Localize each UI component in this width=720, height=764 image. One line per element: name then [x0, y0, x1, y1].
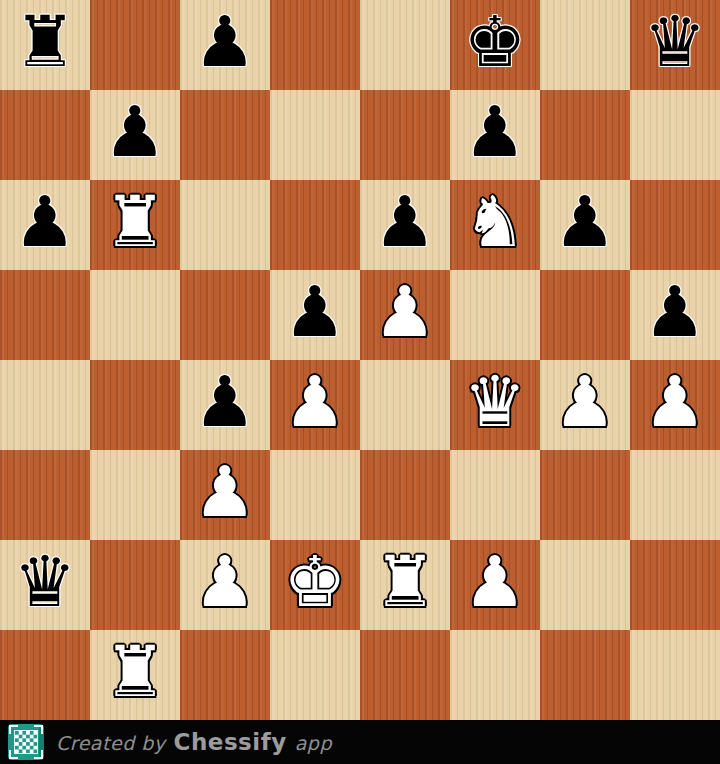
square-b5[interactable]: [90, 270, 180, 360]
white-pawn[interactable]: ♟: [194, 447, 257, 537]
square-e3[interactable]: [360, 450, 450, 540]
white-rook[interactable]: ♜: [104, 627, 167, 717]
square-d4[interactable]: ♟: [270, 360, 360, 450]
square-g4[interactable]: ♟: [540, 360, 630, 450]
square-e1[interactable]: [360, 630, 450, 720]
square-h7[interactable]: [630, 90, 720, 180]
square-h4[interactable]: ♟: [630, 360, 720, 450]
square-b1[interactable]: ♜: [90, 630, 180, 720]
black-queen[interactable]: ♛: [644, 0, 707, 87]
square-h1[interactable]: [630, 630, 720, 720]
square-d7[interactable]: [270, 90, 360, 180]
white-pawn[interactable]: ♟: [284, 357, 347, 447]
square-a7[interactable]: [0, 90, 90, 180]
black-king[interactable]: ♚: [464, 0, 527, 87]
square-d1[interactable]: [270, 630, 360, 720]
square-d6[interactable]: [270, 180, 360, 270]
square-f1[interactable]: [450, 630, 540, 720]
footer-bar: Created by Chessify app: [0, 720, 720, 764]
credit-line: Created by Chessify app: [56, 729, 332, 755]
white-pawn[interactable]: ♟: [644, 357, 707, 447]
white-rook[interactable]: ♜: [374, 537, 437, 627]
white-king[interactable]: ♚: [284, 537, 347, 627]
white-pawn[interactable]: ♟: [194, 537, 257, 627]
black-pawn[interactable]: ♟: [554, 177, 617, 267]
square-g3[interactable]: [540, 450, 630, 540]
chessify-diagram: ♜♟♚♛♟♟♟♜♟♞♟♟♟♟♟♟♛♟♟♟♛♟♚♜♟♜ Created by Ch…: [0, 0, 720, 764]
square-e4[interactable]: [360, 360, 450, 450]
square-c3[interactable]: ♟: [180, 450, 270, 540]
square-d2[interactable]: ♚: [270, 540, 360, 630]
square-c1[interactable]: [180, 630, 270, 720]
square-c5[interactable]: [180, 270, 270, 360]
white-rook[interactable]: ♜: [104, 177, 167, 267]
square-e2[interactable]: ♜: [360, 540, 450, 630]
square-f7[interactable]: ♟: [450, 90, 540, 180]
square-f2[interactable]: ♟: [450, 540, 540, 630]
square-h8[interactable]: ♛: [630, 0, 720, 90]
square-b3[interactable]: [90, 450, 180, 540]
black-queen[interactable]: ♛: [14, 537, 77, 627]
black-pawn[interactable]: ♟: [284, 267, 347, 357]
black-pawn[interactable]: ♟: [374, 177, 437, 267]
black-rook[interactable]: ♜: [14, 0, 77, 87]
square-f5[interactable]: [450, 270, 540, 360]
chess-board: ♜♟♚♛♟♟♟♜♟♞♟♟♟♟♟♟♛♟♟♟♛♟♚♜♟♜: [0, 0, 720, 720]
square-g2[interactable]: [540, 540, 630, 630]
square-f3[interactable]: [450, 450, 540, 540]
square-c2[interactable]: ♟: [180, 540, 270, 630]
square-b8[interactable]: [90, 0, 180, 90]
square-c4[interactable]: ♟: [180, 360, 270, 450]
square-d5[interactable]: ♟: [270, 270, 360, 360]
black-pawn[interactable]: ♟: [194, 357, 257, 447]
square-e5[interactable]: ♟: [360, 270, 450, 360]
checkerboard-icon: [15, 731, 37, 753]
square-g8[interactable]: [540, 0, 630, 90]
square-g5[interactable]: [540, 270, 630, 360]
white-knight[interactable]: ♞: [464, 177, 527, 267]
black-pawn[interactable]: ♟: [104, 87, 167, 177]
app-word: app: [295, 732, 332, 754]
square-g1[interactable]: [540, 630, 630, 720]
black-pawn[interactable]: ♟: [194, 0, 257, 87]
square-g6[interactable]: ♟: [540, 180, 630, 270]
square-b6[interactable]: ♜: [90, 180, 180, 270]
square-f4[interactable]: ♛: [450, 360, 540, 450]
created-by-text: Created by: [56, 732, 166, 754]
square-c6[interactable]: [180, 180, 270, 270]
square-b2[interactable]: [90, 540, 180, 630]
square-a1[interactable]: [0, 630, 90, 720]
square-e7[interactable]: [360, 90, 450, 180]
square-a6[interactable]: ♟: [0, 180, 90, 270]
square-g7[interactable]: [540, 90, 630, 180]
square-a4[interactable]: [0, 360, 90, 450]
black-pawn[interactable]: ♟: [14, 177, 77, 267]
square-h6[interactable]: [630, 180, 720, 270]
square-f8[interactable]: ♚: [450, 0, 540, 90]
square-a2[interactable]: ♛: [0, 540, 90, 630]
square-a3[interactable]: [0, 450, 90, 540]
chessify-scan-icon: [8, 724, 44, 760]
white-queen[interactable]: ♛: [464, 357, 527, 447]
black-pawn[interactable]: ♟: [644, 267, 707, 357]
square-d8[interactable]: [270, 0, 360, 90]
square-h3[interactable]: [630, 450, 720, 540]
square-h5[interactable]: ♟: [630, 270, 720, 360]
square-f6[interactable]: ♞: [450, 180, 540, 270]
square-b7[interactable]: ♟: [90, 90, 180, 180]
square-b4[interactable]: [90, 360, 180, 450]
square-a8[interactable]: ♜: [0, 0, 90, 90]
white-pawn[interactable]: ♟: [374, 267, 437, 357]
square-d3[interactable]: [270, 450, 360, 540]
brand-name: Chessify: [174, 729, 287, 755]
square-c7[interactable]: [180, 90, 270, 180]
square-c8[interactable]: ♟: [180, 0, 270, 90]
square-h2[interactable]: [630, 540, 720, 630]
square-e6[interactable]: ♟: [360, 180, 450, 270]
square-a5[interactable]: [0, 270, 90, 360]
white-pawn[interactable]: ♟: [554, 357, 617, 447]
black-pawn[interactable]: ♟: [464, 87, 527, 177]
white-pawn[interactable]: ♟: [464, 537, 527, 627]
square-e8[interactable]: [360, 0, 450, 90]
